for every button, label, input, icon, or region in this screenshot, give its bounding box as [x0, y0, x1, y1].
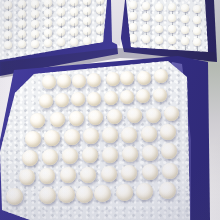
pearl — [44, 39, 52, 47]
pearl — [101, 166, 117, 182]
pearl — [39, 187, 56, 204]
pearl — [6, 188, 23, 205]
pearl — [4, 41, 12, 49]
pearl — [193, 27, 201, 35]
pearl — [55, 93, 69, 107]
pearl — [64, 129, 80, 145]
pearl — [106, 72, 120, 86]
pearl — [155, 14, 163, 22]
pearl — [129, 34, 137, 42]
pearl — [142, 13, 150, 21]
pearl — [60, 167, 76, 183]
pearl — [142, 24, 150, 32]
pearl — [62, 148, 78, 164]
pearl — [102, 147, 118, 163]
pearl — [82, 147, 98, 163]
pearl — [19, 169, 35, 185]
pearl — [94, 185, 111, 202]
pearl — [57, 74, 71, 88]
pearl — [155, 3, 163, 11]
pearl — [137, 71, 151, 85]
pearl — [181, 26, 189, 34]
pearl — [58, 186, 75, 203]
pearl — [76, 186, 93, 203]
pearl — [162, 163, 178, 179]
pearl — [57, 38, 65, 46]
pearl — [129, 12, 137, 20]
pearl — [107, 109, 122, 124]
pearl — [39, 94, 53, 108]
pearl — [142, 164, 158, 180]
pearl — [120, 71, 134, 85]
pearl — [104, 91, 118, 105]
pearl — [142, 2, 150, 10]
pearl — [127, 108, 142, 123]
pearl — [129, 1, 137, 9]
pearl — [72, 74, 86, 88]
pearl — [193, 16, 201, 24]
pearl — [102, 127, 118, 143]
pearl — [164, 106, 179, 121]
pearl — [30, 113, 45, 128]
pearl — [154, 69, 168, 83]
pearl — [69, 111, 84, 126]
pearl — [136, 89, 150, 103]
pearl — [25, 131, 41, 147]
pearl — [161, 143, 177, 159]
pearl — [116, 184, 133, 201]
pearl — [168, 14, 176, 22]
pearl — [141, 126, 157, 142]
pearl — [71, 92, 85, 106]
pearl — [121, 165, 137, 181]
pearl — [83, 37, 91, 45]
pearl — [129, 23, 137, 31]
pearl — [44, 130, 60, 146]
pearl — [155, 36, 163, 44]
photo-pearl-boxes — [0, 0, 220, 220]
pearl — [193, 38, 201, 46]
pearl — [31, 40, 39, 48]
pearl — [39, 168, 55, 184]
pearl — [80, 167, 96, 183]
pearl — [160, 124, 176, 140]
pearl — [121, 127, 137, 143]
pearl — [42, 149, 58, 165]
pearl — [87, 92, 101, 106]
pearl — [146, 108, 161, 123]
pearl — [168, 25, 176, 33]
pearl — [70, 38, 78, 46]
pearl — [181, 4, 189, 12]
pearl — [168, 3, 176, 11]
pearl — [88, 110, 103, 125]
pearl — [22, 150, 38, 166]
pearl — [136, 183, 153, 200]
pearl — [120, 90, 134, 104]
pearl — [142, 145, 158, 161]
pearl — [122, 146, 138, 162]
pearl — [50, 112, 65, 127]
pearl — [181, 15, 189, 23]
pearl — [87, 73, 101, 87]
pearl — [155, 25, 163, 33]
pearl — [159, 182, 176, 199]
pearl — [142, 35, 150, 43]
pearl — [42, 75, 56, 89]
pearl — [83, 128, 99, 144]
pearl — [18, 40, 26, 48]
pearl — [153, 88, 167, 102]
pearl — [181, 37, 189, 45]
pearl — [168, 36, 176, 44]
pearl — [193, 5, 201, 13]
